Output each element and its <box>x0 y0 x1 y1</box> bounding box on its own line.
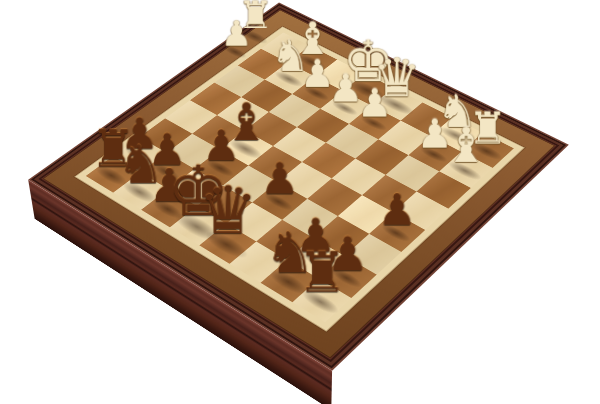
square-a5 <box>369 212 425 252</box>
piece-shadow <box>266 267 312 298</box>
square-d7 <box>226 202 282 241</box>
square-d6 <box>252 182 307 220</box>
square-c7 <box>256 220 313 260</box>
piece-shadow <box>378 222 413 245</box>
square-a3 <box>417 171 471 208</box>
square-a7 <box>319 256 377 298</box>
square-b5 <box>338 195 393 234</box>
square-a6 <box>344 234 401 275</box>
case-top <box>28 2 569 370</box>
square-f7 <box>168 169 223 206</box>
chess-case: ♜♟♝♞♚♟♛♟♟♟♝♞♜♟♜♟♟♝♞♟♟♚♛♟♟♞♟♜ <box>28 2 569 370</box>
square-a8 <box>292 279 351 323</box>
square-e8 <box>170 206 226 245</box>
piece-shadow <box>328 265 366 290</box>
square-e7 <box>197 185 252 223</box>
piece-shadow <box>445 159 485 183</box>
square-c5 <box>307 178 362 216</box>
square-c6 <box>282 199 338 238</box>
product-photo-stage: ♜♟♝♞♚♟♛♟♟♟♝♞♜♟♜♟♟♝♞♟♟♚♛♟♟♞♟♜ <box>0 0 600 404</box>
piece-shadow <box>261 191 296 213</box>
piece-shadow <box>119 179 161 206</box>
piece-shadow <box>298 286 343 316</box>
square-d5 <box>277 162 331 199</box>
piece-shadow <box>92 163 131 188</box>
square-f8 <box>141 189 197 227</box>
square-b4 <box>362 175 417 212</box>
board-walnut-frame <box>43 10 555 359</box>
piece-shadow <box>169 209 224 245</box>
square-c8 <box>230 241 288 282</box>
piece-shadow <box>200 227 252 262</box>
square-b8 <box>261 260 319 302</box>
square-g8 <box>113 172 168 209</box>
square-a4 <box>393 192 448 230</box>
square-e6 <box>223 165 277 202</box>
piece-shadow <box>150 197 186 220</box>
piece-shadow <box>149 161 183 183</box>
piece-shadow <box>296 247 333 271</box>
photo-scene: ♜♟♝♞♚♟♛♟♟♟♝♞♜♟♜♟♟♝♞♟♟♚♛♟♟♞♟♜ <box>0 0 600 404</box>
square-b7 <box>287 238 344 279</box>
square-c4 <box>332 159 386 196</box>
square-d8 <box>199 224 256 264</box>
square-b6 <box>313 216 369 256</box>
